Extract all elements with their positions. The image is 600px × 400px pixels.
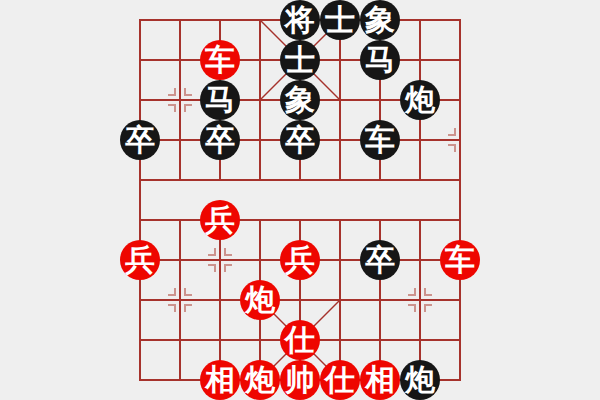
black-elephant[interactable]: 象 [360,0,400,40]
black-elephant[interactable]: 象 [280,80,320,120]
black-chariot[interactable]: 车 [360,120,400,160]
xiangqi-board-screen: 将士象车士马马象炮卒卒卒车兵兵兵卒车炮仕相炮帅仕相炮 [0,0,600,400]
red-soldier[interactable]: 兵 [280,240,320,280]
black-general[interactable]: 将 [280,0,320,40]
red-advisor[interactable]: 仕 [280,320,320,360]
black-advisor[interactable]: 士 [280,40,320,80]
red-cannon[interactable]: 炮 [240,360,280,400]
black-soldier[interactable]: 卒 [280,120,320,160]
red-cannon[interactable]: 炮 [240,280,280,320]
black-cannon[interactable]: 炮 [400,360,440,400]
red-elephant[interactable]: 相 [360,360,400,400]
black-soldier[interactable]: 卒 [360,240,400,280]
black-horse[interactable]: 马 [360,40,400,80]
black-soldier[interactable]: 卒 [120,120,160,160]
red-advisor[interactable]: 仕 [320,360,360,400]
red-general[interactable]: 帅 [280,360,320,400]
red-chariot[interactable]: 车 [200,40,240,80]
black-advisor[interactable]: 士 [320,0,360,40]
black-horse[interactable]: 马 [200,80,240,120]
red-soldier[interactable]: 兵 [200,200,240,240]
red-chariot[interactable]: 车 [440,240,480,280]
red-elephant[interactable]: 相 [200,360,240,400]
red-soldier[interactable]: 兵 [120,240,160,280]
black-soldier[interactable]: 卒 [200,120,240,160]
black-cannon[interactable]: 炮 [400,80,440,120]
